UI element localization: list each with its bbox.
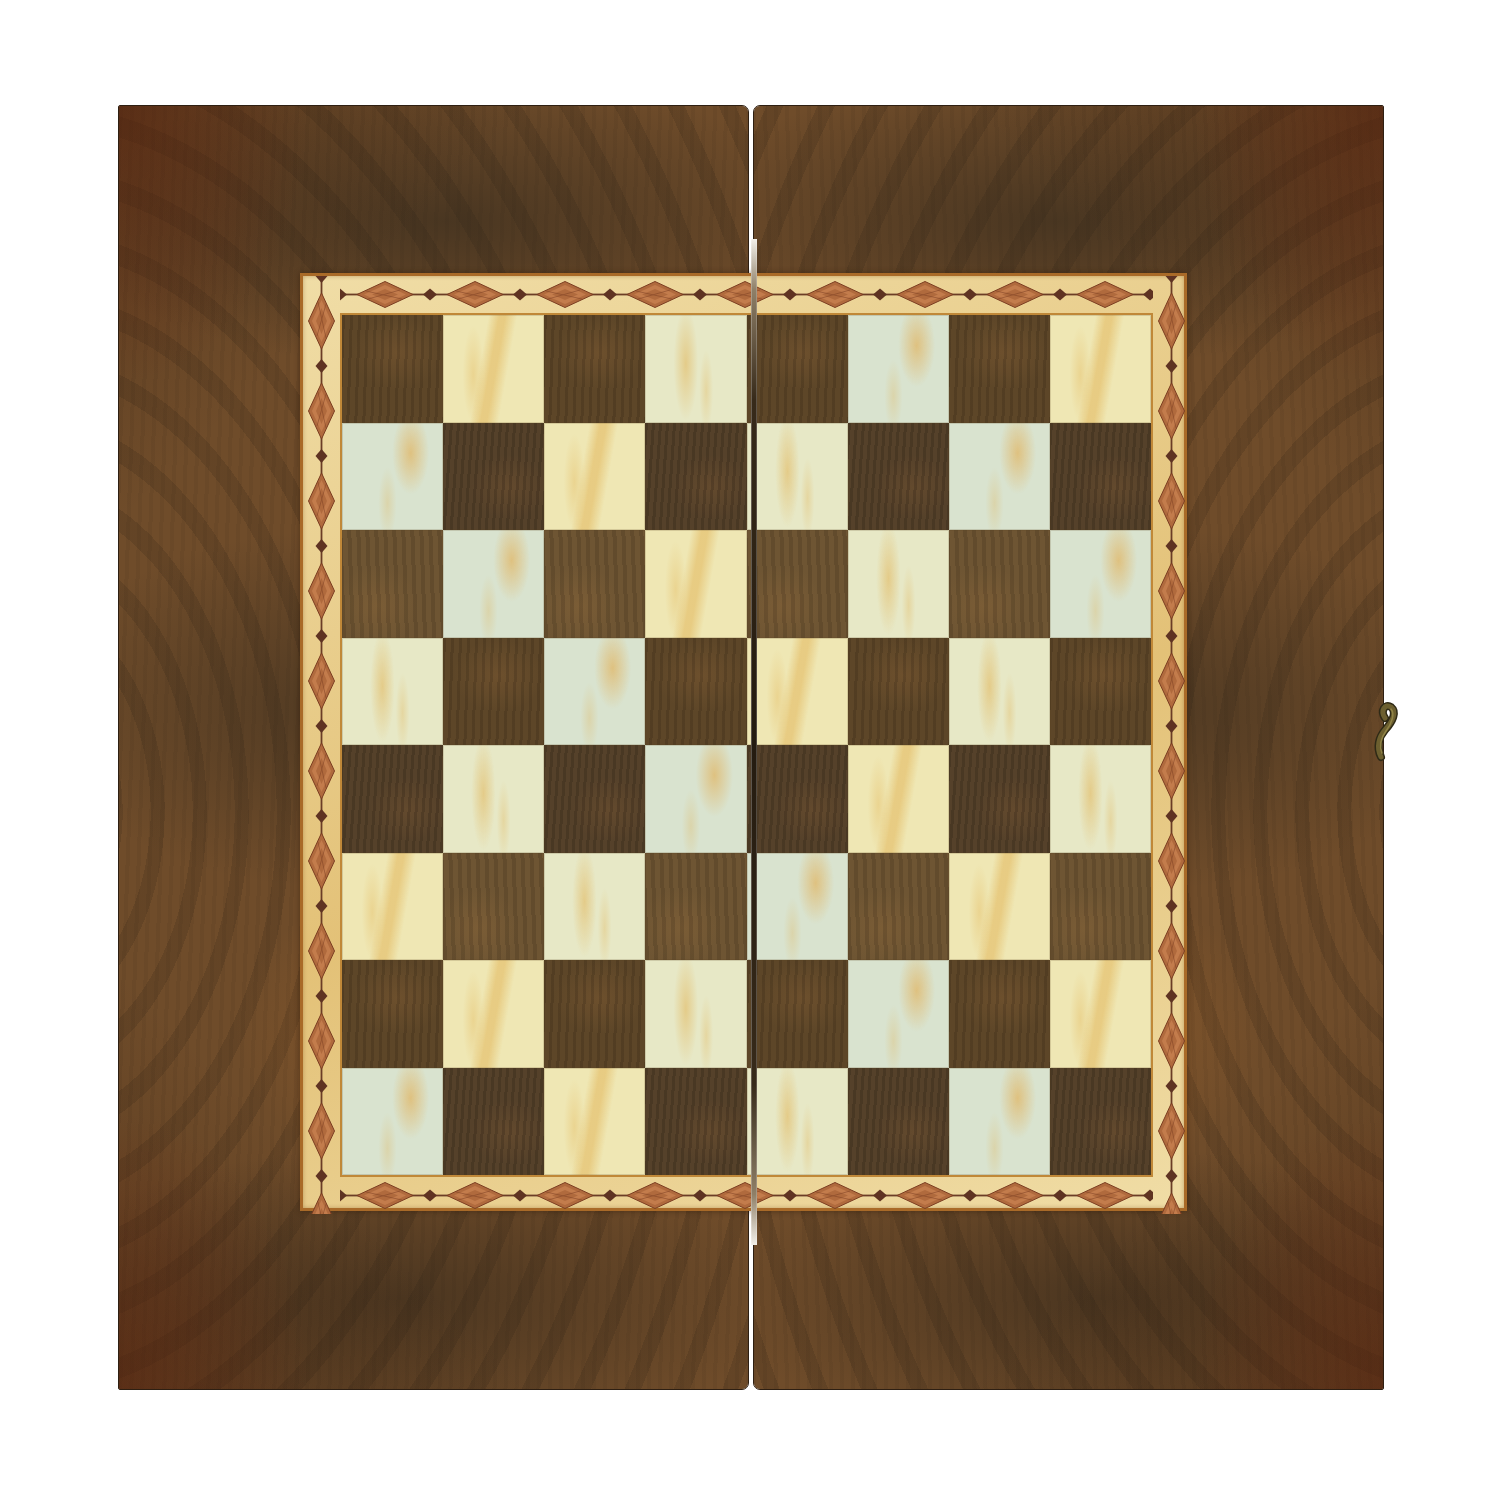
- square-r2c1[interactable]: [443, 530, 544, 638]
- square-r7c7[interactable]: [1050, 1068, 1151, 1176]
- square-r2c7[interactable]: [1050, 530, 1151, 638]
- inlay-border-top: [340, 276, 1153, 313]
- square-r1c7[interactable]: [1050, 423, 1151, 531]
- square-r2c5[interactable]: [848, 530, 949, 638]
- square-r0c4[interactable]: [747, 315, 848, 423]
- square-r3c1[interactable]: [443, 638, 544, 746]
- square-r0c5[interactable]: [848, 315, 949, 423]
- inlay-border-bottom: [340, 1177, 1153, 1214]
- square-r4c6[interactable]: [949, 745, 1050, 853]
- square-r5c3[interactable]: [645, 853, 746, 961]
- square-r1c5[interactable]: [848, 423, 949, 531]
- square-r6c7[interactable]: [1050, 960, 1151, 1068]
- square-r5c6[interactable]: [949, 853, 1050, 961]
- inlay-border-left: [303, 276, 340, 1214]
- square-r2c0[interactable]: [342, 530, 443, 638]
- square-r5c7[interactable]: [1050, 853, 1151, 961]
- square-r0c2[interactable]: [544, 315, 645, 423]
- square-r6c1[interactable]: [443, 960, 544, 1068]
- square-r5c0[interactable]: [342, 853, 443, 961]
- square-r0c0[interactable]: [342, 315, 443, 423]
- square-r1c6[interactable]: [949, 423, 1050, 531]
- square-r6c0[interactable]: [342, 960, 443, 1068]
- square-r1c1[interactable]: [443, 423, 544, 531]
- square-r5c2[interactable]: [544, 853, 645, 961]
- square-r7c3[interactable]: [645, 1068, 746, 1176]
- square-r7c0[interactable]: [342, 1068, 443, 1176]
- square-r6c4[interactable]: [747, 960, 848, 1068]
- square-r4c2[interactable]: [544, 745, 645, 853]
- square-r6c2[interactable]: [544, 960, 645, 1068]
- square-r5c4[interactable]: [747, 853, 848, 961]
- square-r0c1[interactable]: [443, 315, 544, 423]
- square-r3c5[interactable]: [848, 638, 949, 746]
- square-r2c3[interactable]: [645, 530, 746, 638]
- square-r2c2[interactable]: [544, 530, 645, 638]
- square-r7c1[interactable]: [443, 1068, 544, 1176]
- square-r3c3[interactable]: [645, 638, 746, 746]
- inlay-border-right: [1153, 276, 1190, 1214]
- square-r3c7[interactable]: [1050, 638, 1151, 746]
- square-r1c0[interactable]: [342, 423, 443, 531]
- square-r0c7[interactable]: [1050, 315, 1151, 423]
- square-r7c6[interactable]: [949, 1068, 1050, 1176]
- square-r3c2[interactable]: [544, 638, 645, 746]
- square-r3c6[interactable]: [949, 638, 1050, 746]
- square-r1c2[interactable]: [544, 423, 645, 531]
- board-photo: [0, 0, 1500, 1500]
- square-r6c6[interactable]: [949, 960, 1050, 1068]
- square-r5c5[interactable]: [848, 853, 949, 961]
- square-r4c3[interactable]: [645, 745, 746, 853]
- square-r2c4[interactable]: [747, 530, 848, 638]
- square-r3c4[interactable]: [747, 638, 848, 746]
- square-r4c4[interactable]: [747, 745, 848, 853]
- square-r4c5[interactable]: [848, 745, 949, 853]
- square-r1c3[interactable]: [645, 423, 746, 531]
- square-r4c7[interactable]: [1050, 745, 1151, 853]
- square-r7c4[interactable]: [747, 1068, 848, 1176]
- square-r3c0[interactable]: [342, 638, 443, 746]
- square-r4c0[interactable]: [342, 745, 443, 853]
- square-r6c5[interactable]: [848, 960, 949, 1068]
- brass-clasp: [1371, 695, 1401, 767]
- square-r6c3[interactable]: [645, 960, 746, 1068]
- square-r1c4[interactable]: [747, 423, 848, 531]
- square-r4c1[interactable]: [443, 745, 544, 853]
- checkerboard: [340, 313, 1153, 1177]
- square-r7c2[interactable]: [544, 1068, 645, 1176]
- playing-area: [300, 273, 1187, 1211]
- square-r0c6[interactable]: [949, 315, 1050, 423]
- square-r7c5[interactable]: [848, 1068, 949, 1176]
- square-r5c1[interactable]: [443, 853, 544, 961]
- square-r2c6[interactable]: [949, 530, 1050, 638]
- square-r0c3[interactable]: [645, 315, 746, 423]
